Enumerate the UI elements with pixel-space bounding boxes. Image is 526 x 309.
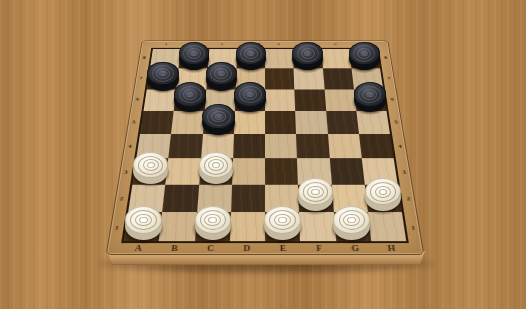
piece-black-f8[interactable]	[292, 42, 322, 70]
piece-black-c5[interactable]	[202, 104, 235, 135]
piece-white-a1[interactable]	[125, 206, 162, 240]
piece-black-b6[interactable]	[174, 82, 206, 112]
piece-center-highlight	[249, 52, 253, 55]
piece-top	[292, 42, 322, 65]
piece-top	[236, 42, 266, 65]
piece-center-highlight	[280, 218, 284, 221]
piece-center-highlight	[248, 93, 252, 96]
piece-top	[125, 206, 162, 234]
piece-center-highlight	[192, 52, 196, 55]
piece-white-g1[interactable]	[333, 206, 370, 240]
piece-center-highlight	[161, 72, 165, 75]
piece-center-highlight	[188, 93, 192, 96]
piece-white-e1[interactable]	[264, 206, 301, 240]
piece-white-a3[interactable]	[133, 152, 168, 184]
piece-top	[174, 82, 206, 106]
piece-black-h8[interactable]	[349, 42, 379, 70]
piece-top	[195, 206, 232, 234]
piece-top	[264, 206, 301, 234]
piece-top	[333, 206, 370, 234]
piece-top	[179, 42, 209, 65]
piece-black-h6[interactable]	[354, 82, 386, 112]
piece-white-c3[interactable]	[199, 152, 234, 184]
piece-white-c1[interactable]	[195, 206, 232, 240]
piece-center-highlight	[368, 93, 372, 96]
piece-center-highlight	[219, 72, 223, 75]
piece-black-d6[interactable]	[234, 82, 266, 112]
piece-top	[354, 82, 386, 106]
piece-top	[349, 42, 379, 65]
piece-center-highlight	[149, 164, 153, 167]
piece-center-highlight	[141, 218, 145, 221]
piece-center-highlight	[363, 52, 367, 55]
piece-black-d8[interactable]	[236, 42, 266, 70]
piece-white-f2[interactable]	[298, 178, 334, 211]
piece-black-b8[interactable]	[179, 42, 209, 70]
piece-white-h2[interactable]	[365, 178, 401, 211]
wood-table-background: ABCDEFGH ABCDEFGH 87654321 87654321	[0, 0, 526, 309]
piece-black-c7[interactable]	[206, 62, 237, 91]
piece-top	[206, 62, 237, 86]
piece-center-highlight	[211, 218, 215, 221]
piece-top	[365, 178, 401, 205]
piece-layer	[0, 0, 526, 309]
piece-center-highlight	[214, 164, 218, 167]
piece-top	[234, 82, 266, 106]
piece-center-highlight	[350, 218, 354, 221]
